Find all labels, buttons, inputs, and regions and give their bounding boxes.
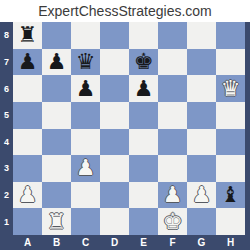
black-queen-c7: ♛ [76, 51, 96, 73]
rank-label-5: 5 [0, 102, 13, 129]
square-c5 [71, 102, 100, 129]
black-bishop-h2: ♝ [221, 184, 241, 206]
square-f2: ♟ [158, 182, 187, 209]
file-label-b: B [42, 235, 71, 250]
black-pawn-e6: ♟ [134, 78, 154, 100]
square-h7 [216, 49, 245, 76]
square-f3 [158, 155, 187, 182]
square-d7 [100, 49, 129, 76]
file-label-h: H [216, 235, 245, 250]
square-h3 [216, 155, 245, 182]
square-g6 [187, 75, 216, 102]
black-pawn-b7: ♟ [47, 51, 67, 73]
square-d3 [100, 155, 129, 182]
rank-label-2: 2 [0, 182, 13, 209]
black-king-e7: ♚ [134, 51, 154, 73]
square-c2 [71, 182, 100, 209]
rank-label-3: 3 [0, 155, 13, 182]
black-rook-a8: ♜ [18, 24, 38, 46]
square-d2 [100, 182, 129, 209]
page: ExpertChessStrategies.com 87654321 ♜♟♟♛♚… [0, 0, 250, 250]
white-pawn-g2: ♟ [192, 184, 212, 206]
square-f6 [158, 75, 187, 102]
square-d8 [100, 22, 129, 49]
square-c3: ♟ [71, 155, 100, 182]
square-g7 [187, 49, 216, 76]
white-pawn-a2: ♟ [18, 184, 38, 206]
square-h1 [216, 208, 245, 235]
square-b4 [42, 129, 71, 156]
square-g1 [187, 208, 216, 235]
file-label-f: F [158, 235, 187, 250]
square-b5 [42, 102, 71, 129]
square-f4 [158, 129, 187, 156]
white-rook-b1: ♜ [47, 211, 67, 233]
square-g4 [187, 129, 216, 156]
white-pawn-f2: ♟ [163, 184, 183, 206]
square-e1 [129, 208, 158, 235]
board-grid: ♜♟♟♛♚♟♟♛♟♟♟♟♝♜♚ [13, 22, 245, 235]
square-c6: ♟ [71, 75, 100, 102]
black-pawn-c6: ♟ [76, 78, 96, 100]
chess-board: 87654321 ♜♟♟♛♚♟♟♛♟♟♟♟♝♜♚ ABCDEFGH [0, 22, 250, 250]
square-g8 [187, 22, 216, 49]
square-g3 [187, 155, 216, 182]
rank-label-7: 7 [0, 49, 13, 76]
file-label-d: D [100, 235, 129, 250]
square-d4 [100, 129, 129, 156]
square-f8 [158, 22, 187, 49]
square-d6 [100, 75, 129, 102]
square-b2 [42, 182, 71, 209]
white-king-f1: ♚ [163, 211, 183, 233]
square-e5 [129, 102, 158, 129]
square-e7: ♚ [129, 49, 158, 76]
site-title: ExpertChessStrategies.com [0, 0, 250, 22]
rank-labels: 87654321 [0, 22, 13, 235]
file-label-g: G [187, 235, 216, 250]
square-b8 [42, 22, 71, 49]
square-h5 [216, 102, 245, 129]
black-pawn-a7: ♟ [18, 51, 38, 73]
square-h2: ♝ [216, 182, 245, 209]
square-h4 [216, 129, 245, 156]
square-f1: ♚ [158, 208, 187, 235]
square-b7: ♟ [42, 49, 71, 76]
square-e4 [129, 129, 158, 156]
square-h8 [216, 22, 245, 49]
square-a8: ♜ [13, 22, 42, 49]
square-b3 [42, 155, 71, 182]
square-a5 [13, 102, 42, 129]
square-c1 [71, 208, 100, 235]
rank-label-4: 4 [0, 129, 13, 156]
square-a3 [13, 155, 42, 182]
square-c4 [71, 129, 100, 156]
square-a4 [13, 129, 42, 156]
white-queen-h6: ♛ [221, 78, 241, 100]
rank-label-8: 8 [0, 22, 13, 49]
file-label-a: A [13, 235, 42, 250]
file-labels: ABCDEFGH [13, 235, 245, 250]
square-a2: ♟ [13, 182, 42, 209]
square-d5 [100, 102, 129, 129]
file-label-c: C [71, 235, 100, 250]
square-a7: ♟ [13, 49, 42, 76]
rank-label-1: 1 [0, 208, 13, 235]
square-g5 [187, 102, 216, 129]
file-label-e: E [129, 235, 158, 250]
square-g2: ♟ [187, 182, 216, 209]
square-b1: ♜ [42, 208, 71, 235]
square-e8 [129, 22, 158, 49]
square-f5 [158, 102, 187, 129]
square-h6: ♛ [216, 75, 245, 102]
square-b6 [42, 75, 71, 102]
square-e2 [129, 182, 158, 209]
white-pawn-c3: ♟ [76, 157, 96, 179]
square-a1 [13, 208, 42, 235]
square-f7 [158, 49, 187, 76]
square-c7: ♛ [71, 49, 100, 76]
square-e6: ♟ [129, 75, 158, 102]
square-c8 [71, 22, 100, 49]
square-d1 [100, 208, 129, 235]
rank-label-6: 6 [0, 75, 13, 102]
square-e3 [129, 155, 158, 182]
square-a6 [13, 75, 42, 102]
